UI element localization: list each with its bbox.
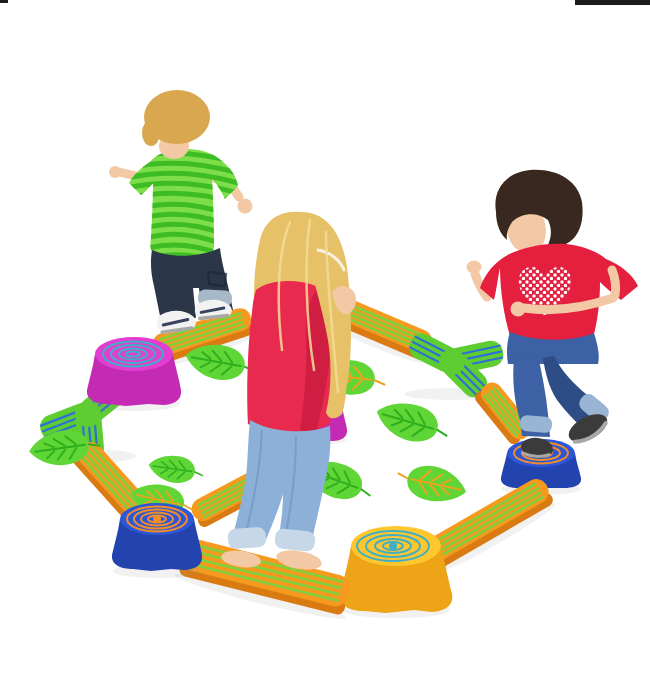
boy-right-fist [238, 199, 253, 214]
girl-right-front-cuff [519, 415, 552, 434]
stepping-stump-purple [87, 337, 181, 411]
product-photo [0, 0, 650, 697]
girl-right-fist [511, 302, 526, 317]
stepping-stump-blue [112, 503, 202, 578]
top-left-artifact [0, 0, 8, 3]
stepping-stump-yellow [340, 526, 452, 618]
girl-right-hand [467, 261, 482, 274]
girl-middle-cuff-left [227, 527, 266, 550]
boy-left-hand [109, 166, 121, 178]
top-right-artifact [575, 0, 650, 5]
boy-hair-side [142, 120, 160, 146]
scene-canvas [0, 0, 650, 697]
girl-right-upper-arm [612, 270, 616, 295]
